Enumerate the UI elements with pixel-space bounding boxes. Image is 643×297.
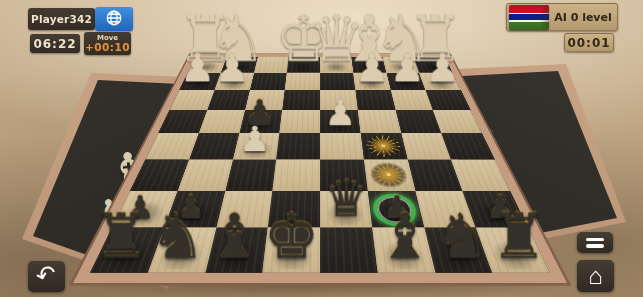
move-increment-value: +00:10 — [85, 42, 130, 53]
chessboard[interactable]: ♜♞♚♛♝♞♜♟♟♟♟♟♟♟♟♟♟♛♟♟♜♞♝♚♝♞♜ — [73, 54, 567, 283]
player-name-badge: Player342 — [28, 8, 95, 30]
menu-bars-icon — [586, 238, 604, 242]
globe-icon — [105, 9, 123, 30]
square-a5[interactable] — [441, 133, 494, 160]
ai-clock: 00:01 — [564, 33, 614, 52]
square-f6[interactable] — [225, 159, 276, 190]
player-name: Player342 — [31, 13, 92, 25]
piece-white-pawn-g2[interactable]: ♟ — [198, 49, 268, 88]
move-highlight-c5[interactable] — [365, 135, 403, 156]
undo-button[interactable]: ↶ — [28, 261, 65, 292]
piece-white-pawn-a2[interactable]: ♟ — [407, 49, 477, 88]
square-c5[interactable] — [360, 133, 407, 160]
piece-white-pawn-f5[interactable]: ♟ — [212, 122, 299, 157]
square-d4[interactable]: ♟ — [320, 110, 360, 133]
square-e2[interactable] — [285, 73, 320, 91]
square-f5[interactable]: ♟ — [233, 133, 280, 160]
square-h5[interactable] — [145, 133, 198, 160]
gambia-flag-icon — [509, 5, 549, 30]
player-clock: 06:22 — [30, 34, 80, 53]
square-a4[interactable] — [433, 110, 482, 133]
ai-name: AI 0 level — [549, 11, 617, 24]
move-increment-badge: Move +00:10 — [84, 32, 131, 55]
square-d5[interactable] — [320, 133, 364, 160]
home-button[interactable]: ⌂ — [577, 260, 614, 292]
square-a8[interactable]: ♜ — [476, 228, 550, 273]
undo-arrow-icon: ↶ — [34, 260, 60, 288]
piece-white-pawn-d4[interactable]: ♟ — [300, 95, 380, 131]
home-icon: ⌂ — [588, 264, 603, 288]
piece-black-king-e8[interactable]: ♚ — [235, 206, 349, 268]
piece-black-rook-a8[interactable]: ♜ — [462, 206, 576, 268]
square-a3[interactable] — [426, 90, 471, 110]
menu-button[interactable] — [577, 232, 613, 253]
square-e8[interactable]: ♚ — [263, 228, 320, 273]
square-a2[interactable]: ♟ — [419, 73, 461, 91]
chessboard-3d: ♜♞♚♛♝♞♜♟♟♟♟♟♟♟♟♟♟♛♟♟♜♞♝♚♝♞♜ — [73, 0, 567, 283]
square-g2[interactable]: ♟ — [214, 73, 253, 91]
globe-button[interactable] — [95, 7, 133, 31]
game-screen: ♝♟♟♟♟ ♜♞♚♛♝♞♜♟♟♟♟♟♟♟♟♟♟♛♟♟♜♞♝♚♝♞♜ Player… — [0, 0, 643, 297]
ai-badge: AI 0 level — [506, 3, 618, 31]
square-a6[interactable] — [451, 159, 510, 190]
